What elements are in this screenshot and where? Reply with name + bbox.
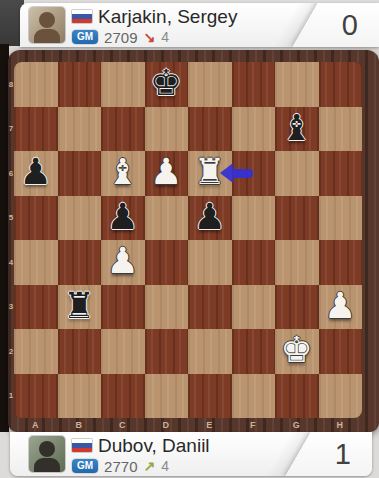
chess-board[interactable]: ♚♝♟♝♟♜♟♟♟♜♟♚ <box>14 62 362 418</box>
rank-label-7: 7 <box>7 107 15 152</box>
rank-label-1: 1 <box>7 374 15 419</box>
rating-delta: 4 <box>161 29 169 45</box>
square-b3[interactable]: ♜ <box>58 285 102 330</box>
square-f3[interactable] <box>232 285 276 330</box>
file-label-c: C <box>101 418 145 431</box>
square-a7[interactable] <box>14 107 58 152</box>
square-e8[interactable] <box>188 62 232 107</box>
rank-label-4: 4 <box>7 240 15 285</box>
square-a2[interactable] <box>14 329 58 374</box>
file-label-a: A <box>14 418 58 431</box>
square-c3[interactable] <box>101 285 145 330</box>
match-score: 1 <box>335 438 351 471</box>
square-c5[interactable]: ♟ <box>101 196 145 241</box>
player-info: Dubov, Daniil GM 2770 ↗ 4 <box>72 436 210 474</box>
square-d6[interactable]: ♟ <box>145 151 189 196</box>
square-f7[interactable] <box>232 107 276 152</box>
square-g1[interactable] <box>275 374 319 419</box>
square-h4[interactable] <box>319 240 363 285</box>
square-d8[interactable]: ♚ <box>145 62 189 107</box>
square-e4[interactable] <box>188 240 232 285</box>
square-a5[interactable] <box>14 196 58 241</box>
square-a3[interactable] <box>14 285 58 330</box>
square-c6[interactable]: ♝ <box>101 151 145 196</box>
title-badge: GM <box>72 30 98 44</box>
square-h7[interactable] <box>319 107 363 152</box>
rank-label-8: 8 <box>7 62 15 107</box>
square-e6[interactable]: ♜ <box>188 151 232 196</box>
square-c8[interactable] <box>101 62 145 107</box>
piece-black-pawn[interactable]: ♟ <box>194 199 226 235</box>
square-f8[interactable] <box>232 62 276 107</box>
piece-white-pawn[interactable]: ♟ <box>107 243 139 279</box>
file-label-e: E <box>188 418 232 431</box>
square-a4[interactable] <box>14 240 58 285</box>
player-bar-bottom: Dubov, Daniil GM 2770 ↗ 4 1 <box>10 432 372 476</box>
square-b6[interactable] <box>58 151 102 196</box>
piece-white-king[interactable]: ♚ <box>281 332 313 368</box>
file-label-d: D <box>145 418 189 431</box>
square-e1[interactable] <box>188 374 232 419</box>
square-h5[interactable] <box>319 196 363 241</box>
player-name: Karjakin, Sergey <box>98 6 237 28</box>
square-c4[interactable]: ♟ <box>101 240 145 285</box>
square-h8[interactable] <box>319 62 363 107</box>
square-h2[interactable] <box>319 329 363 374</box>
player-info: Karjakin, Sergey GM 2709 ↘ 4 <box>72 7 237 45</box>
rating-trend-down-icon: ↘ <box>143 30 155 44</box>
piece-white-pawn[interactable]: ♟ <box>150 154 182 190</box>
piece-black-pawn[interactable]: ♟ <box>20 154 52 190</box>
file-label-f: F <box>232 418 276 431</box>
file-label-h: H <box>319 418 363 431</box>
piece-black-rook[interactable]: ♜ <box>63 288 95 324</box>
square-e3[interactable] <box>188 285 232 330</box>
rating-delta: 4 <box>161 458 169 474</box>
square-g2[interactable]: ♚ <box>275 329 319 374</box>
square-g6[interactable] <box>275 151 319 196</box>
square-a8[interactable] <box>14 62 58 107</box>
player-name: Dubov, Daniil <box>98 435 210 457</box>
square-c7[interactable] <box>101 107 145 152</box>
avatar-silhouette-head <box>39 12 55 28</box>
rank-label-5: 5 <box>7 196 15 241</box>
square-b5[interactable] <box>58 196 102 241</box>
player-rating: 2770 <box>104 458 137 475</box>
square-d7[interactable] <box>145 107 189 152</box>
square-g5[interactable] <box>275 196 319 241</box>
square-d5[interactable] <box>145 196 189 241</box>
piece-white-rook[interactable]: ♜ <box>194 154 226 190</box>
avatar-silhouette-torso <box>34 458 60 472</box>
square-e7[interactable] <box>188 107 232 152</box>
square-h1[interactable] <box>319 374 363 419</box>
square-b1[interactable] <box>58 374 102 419</box>
square-c1[interactable] <box>101 374 145 419</box>
russia-flag-icon <box>72 439 92 452</box>
square-f6[interactable] <box>232 151 276 196</box>
title-badge: GM <box>72 459 98 473</box>
rank-label-6: 6 <box>7 151 15 196</box>
square-f4[interactable] <box>232 240 276 285</box>
square-a1[interactable] <box>14 374 58 419</box>
square-d3[interactable] <box>145 285 189 330</box>
piece-white-bishop[interactable]: ♝ <box>107 154 139 190</box>
square-a6[interactable]: ♟ <box>14 151 58 196</box>
piece-white-pawn[interactable]: ♟ <box>324 288 356 324</box>
square-h3[interactable]: ♟ <box>319 285 363 330</box>
file-label-b: B <box>58 418 102 431</box>
chess-board-frame: ♚♝♟♝♟♜♟♟♟♜♟♚ 87654321 ABCDEFGH <box>8 50 379 432</box>
square-e2[interactable] <box>188 329 232 374</box>
square-c2[interactable] <box>101 329 145 374</box>
square-f2[interactable] <box>232 329 276 374</box>
file-label-g: G <box>275 418 319 431</box>
piece-black-pawn[interactable]: ♟ <box>107 199 139 235</box>
rank-label-3: 3 <box>7 285 15 330</box>
avatar-silhouette-torso <box>34 29 60 43</box>
square-g8[interactable] <box>275 62 319 107</box>
square-b4[interactable] <box>58 240 102 285</box>
square-g7[interactable]: ♝ <box>275 107 319 152</box>
square-b2[interactable] <box>58 329 102 374</box>
square-f1[interactable] <box>232 374 276 419</box>
piece-black-bishop[interactable]: ♝ <box>281 110 313 146</box>
player-rating: 2709 <box>104 29 137 46</box>
rank-label-2: 2 <box>7 329 15 374</box>
piece-black-king[interactable]: ♚ <box>150 65 182 101</box>
player-avatar <box>29 436 65 472</box>
square-b7[interactable] <box>58 107 102 152</box>
square-d1[interactable] <box>145 374 189 419</box>
player-avatar <box>29 7 65 43</box>
file-coordinates: ABCDEFGH <box>14 418 362 431</box>
square-h6[interactable] <box>319 151 363 196</box>
rank-coordinates: 87654321 <box>8 62 14 418</box>
square-e5[interactable]: ♟ <box>188 196 232 241</box>
match-score: 0 <box>342 9 358 42</box>
square-d4[interactable] <box>145 240 189 285</box>
player-bar-top: Karjakin, Sergey GM 2709 ↘ 4 0 <box>20 3 379 47</box>
avatar-silhouette-head <box>39 441 55 457</box>
square-g3[interactable] <box>275 285 319 330</box>
square-f5[interactable] <box>232 196 276 241</box>
russia-flag-icon <box>72 10 92 23</box>
square-b8[interactable] <box>58 62 102 107</box>
square-d2[interactable] <box>145 329 189 374</box>
rating-trend-up-icon: ↗ <box>143 459 155 473</box>
square-g4[interactable] <box>275 240 319 285</box>
